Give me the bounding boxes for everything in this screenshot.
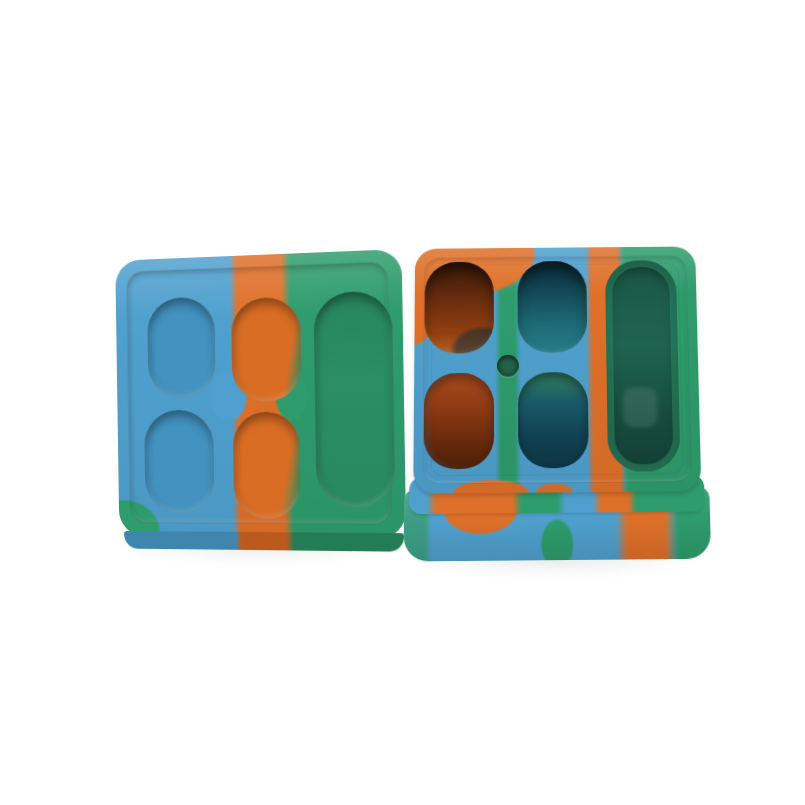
base-well-oval-bottom-left (424, 373, 495, 470)
lid-recess-oval-top-middle (231, 297, 302, 403)
base-well-oval-top-left (424, 262, 494, 354)
lid-recess-oval-bottom-middle (233, 411, 301, 519)
silicone-base (407, 246, 708, 561)
base-well-oval-bottom-middle (518, 372, 589, 469)
base-well-long-reflection (623, 387, 658, 427)
base-top-face (413, 246, 701, 493)
lid-recess-oval-top-left (147, 296, 216, 398)
lid-recess-oval-bottom-left (144, 410, 215, 514)
silicone-lid (115, 249, 406, 538)
base-well-oval-top-middle (517, 261, 587, 353)
lid-front-edge (124, 531, 404, 552)
base-well-long (605, 260, 681, 472)
lid-recess-long (313, 290, 395, 507)
product-photo-stage (0, 0, 805, 805)
base-center-hole (497, 355, 519, 377)
